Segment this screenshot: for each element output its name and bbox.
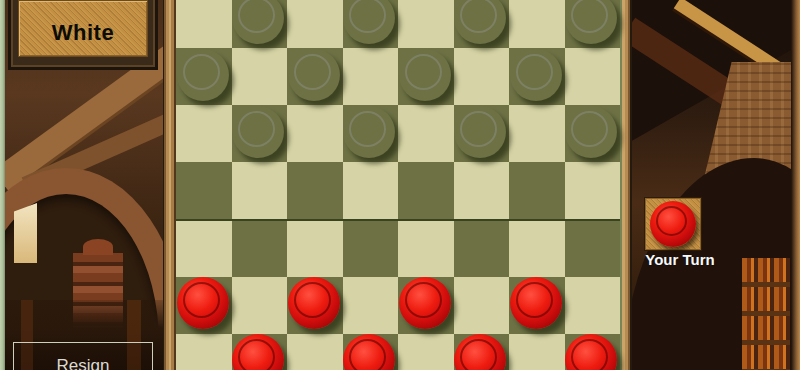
red-piece[interactable] [232,334,284,370]
square-r1c1 [232,48,288,105]
square-r1c6[interactable] [509,48,565,105]
square-r3c3 [343,162,399,219]
turn-status-label: Your Turn [634,251,726,268]
square-r2c2 [287,105,343,162]
square-r5c0[interactable] [176,277,232,334]
square-r5c3 [343,277,399,334]
square-r5c6[interactable] [509,277,565,334]
left-panel: White Resign [5,0,163,370]
square-r2c1[interactable] [232,105,288,162]
square-r2c0 [176,105,232,162]
square-r3c4[interactable] [398,162,454,219]
square-r0c7[interactable] [565,0,621,48]
white-piece[interactable] [510,49,562,101]
square-r2c6 [509,105,565,162]
square-r6c3[interactable] [343,334,399,370]
bookshelf-decoration [742,258,790,370]
square-r3c1 [232,162,288,219]
window-light-decoration [14,203,37,263]
square-r4c1[interactable] [232,220,288,277]
square-r6c1[interactable] [232,334,288,370]
square-r4c2 [287,220,343,277]
square-r2c4 [398,105,454,162]
square-r6c2 [287,334,343,370]
square-r1c7 [565,48,621,105]
red-piece[interactable] [510,277,562,329]
red-piece[interactable] [177,277,229,329]
square-r1c0[interactable] [176,48,232,105]
board-grid [176,0,620,370]
square-r5c4[interactable] [398,277,454,334]
square-r2c5[interactable] [454,105,510,162]
square-r0c0 [176,0,232,48]
square-r3c6[interactable] [509,162,565,219]
right-panel: Your Turn [632,0,800,370]
square-r3c5 [454,162,510,219]
square-r5c2[interactable] [287,277,343,334]
white-piece[interactable] [343,0,395,44]
square-r3c0[interactable] [176,162,232,219]
square-r0c5[interactable] [454,0,510,48]
square-r0c6 [509,0,565,48]
square-r6c5[interactable] [454,334,510,370]
opponent-name-plaque: White [8,0,158,70]
right-edge-pillar [791,0,800,370]
white-piece[interactable] [343,106,395,158]
square-r5c1 [232,277,288,334]
square-r6c7[interactable] [565,334,621,370]
square-r3c2[interactable] [287,162,343,219]
square-r0c4 [398,0,454,48]
square-r3c7 [565,162,621,219]
white-piece[interactable] [288,49,340,101]
white-piece[interactable] [177,49,229,101]
red-piece[interactable] [343,334,395,370]
square-r4c6 [509,220,565,277]
square-r1c2[interactable] [287,48,343,105]
opponent-name-plaque-panel: White [18,0,148,57]
square-r2c7[interactable] [565,105,621,162]
white-piece[interactable] [454,106,506,158]
red-piece[interactable] [565,334,617,370]
checkers-game-screen: White Resign Your Turn [0,0,800,370]
red-piece[interactable] [399,277,451,329]
square-r4c4 [398,220,454,277]
white-piece[interactable] [454,0,506,44]
white-piece[interactable] [399,49,451,101]
board-frame-left [163,0,176,370]
white-piece[interactable] [232,106,284,158]
resign-accesskey: R [57,356,69,370]
red-piece[interactable] [454,334,506,370]
square-r6c0 [176,334,232,370]
square-r6c4 [398,334,454,370]
square-r4c7[interactable] [565,220,621,277]
square-r4c3[interactable] [343,220,399,277]
red-piece[interactable] [288,277,340,329]
white-piece[interactable] [565,106,617,158]
board-frame-right [620,0,632,370]
square-r5c7 [565,277,621,334]
turn-indicator-tile [644,197,702,251]
square-r5c5 [454,277,510,334]
square-r4c5[interactable] [454,220,510,277]
white-piece[interactable] [232,0,284,44]
board-midline-seam [176,219,620,221]
square-r2c3[interactable] [343,105,399,162]
square-r0c3[interactable] [343,0,399,48]
square-r4c0 [176,220,232,277]
resign-label-rest: esign [69,356,110,370]
opponent-name-label: White [52,12,114,46]
square-r6c6 [509,334,565,370]
white-piece[interactable] [565,0,617,44]
square-r0c1[interactable] [232,0,288,48]
square-r0c2 [287,0,343,48]
square-r1c4[interactable] [398,48,454,105]
resign-button[interactable]: Resign [13,342,153,370]
square-r1c5 [454,48,510,105]
square-r1c3 [343,48,399,105]
turn-indicator-red-piece [650,201,696,247]
